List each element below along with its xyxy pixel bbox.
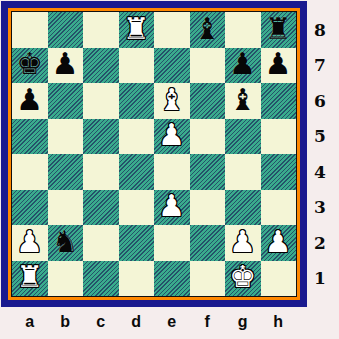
rank-label-6: 6 xyxy=(307,83,333,119)
file-label-g: g xyxy=(225,307,261,337)
rank-label-3: 3 xyxy=(307,190,333,226)
square-f4[interactable] xyxy=(190,154,226,190)
piece-white-pawn[interactable]: ♟ xyxy=(265,227,292,257)
piece-white-pawn[interactable]: ♟ xyxy=(16,227,43,257)
square-g6[interactable]: ♝ xyxy=(225,83,261,119)
square-c6[interactable] xyxy=(83,83,119,119)
square-d7[interactable] xyxy=(119,48,155,84)
rank-label-2: 2 xyxy=(307,225,333,261)
rank-label-8: 8 xyxy=(307,12,333,48)
square-g3[interactable] xyxy=(225,190,261,226)
file-label-h: h xyxy=(261,307,297,337)
square-b6[interactable] xyxy=(48,83,84,119)
square-h1[interactable] xyxy=(261,261,297,297)
piece-black-rook[interactable]: ♜ xyxy=(265,14,292,44)
square-f2[interactable] xyxy=(190,225,226,261)
piece-white-bishop[interactable]: ♝ xyxy=(158,85,185,115)
square-d3[interactable] xyxy=(119,190,155,226)
file-label-e: e xyxy=(154,307,190,337)
square-c2[interactable] xyxy=(83,225,119,261)
square-e1[interactable] xyxy=(154,261,190,297)
piece-white-pawn[interactable]: ♟ xyxy=(229,227,256,257)
square-g4[interactable] xyxy=(225,154,261,190)
square-g7[interactable]: ♟ xyxy=(225,48,261,84)
square-f5[interactable] xyxy=(190,119,226,155)
square-d6[interactable] xyxy=(119,83,155,119)
square-c7[interactable] xyxy=(83,48,119,84)
square-b3[interactable] xyxy=(48,190,84,226)
chess-board: ♜♝♜♚♟♟♟♟♝♝♟♟♟♞♟♟♜♚ xyxy=(12,12,296,296)
square-a4[interactable] xyxy=(12,154,48,190)
piece-white-rook[interactable]: ♜ xyxy=(123,14,150,44)
square-e4[interactable] xyxy=(154,154,190,190)
square-h7[interactable]: ♟ xyxy=(261,48,297,84)
piece-black-pawn[interactable]: ♟ xyxy=(229,49,256,79)
square-d2[interactable] xyxy=(119,225,155,261)
piece-black-king[interactable]: ♚ xyxy=(16,49,43,79)
piece-white-pawn[interactable]: ♟ xyxy=(158,120,185,150)
square-g8[interactable] xyxy=(225,12,261,48)
square-a8[interactable] xyxy=(12,12,48,48)
piece-black-knight[interactable]: ♞ xyxy=(52,227,79,257)
square-d5[interactable] xyxy=(119,119,155,155)
square-b7[interactable]: ♟ xyxy=(48,48,84,84)
square-a1[interactable]: ♜ xyxy=(12,261,48,297)
piece-black-pawn[interactable]: ♟ xyxy=(265,49,292,79)
square-b2[interactable]: ♞ xyxy=(48,225,84,261)
square-d8[interactable]: ♜ xyxy=(119,12,155,48)
piece-black-pawn[interactable]: ♟ xyxy=(16,85,43,115)
rank-labels: 87654321 xyxy=(307,12,333,296)
square-h5[interactable] xyxy=(261,119,297,155)
square-a5[interactable] xyxy=(12,119,48,155)
square-e2[interactable] xyxy=(154,225,190,261)
square-c3[interactable] xyxy=(83,190,119,226)
chess-diagram: ♜♝♜♚♟♟♟♟♝♝♟♟♟♞♟♟♜♚ abcdefgh 87654321 xyxy=(0,0,339,339)
square-h3[interactable] xyxy=(261,190,297,226)
square-e8[interactable] xyxy=(154,12,190,48)
square-e3[interactable]: ♟ xyxy=(154,190,190,226)
square-g1[interactable]: ♚ xyxy=(225,261,261,297)
file-label-b: b xyxy=(48,307,84,337)
rank-label-4: 4 xyxy=(307,154,333,190)
square-h8[interactable]: ♜ xyxy=(261,12,297,48)
file-label-f: f xyxy=(190,307,226,337)
piece-white-king[interactable]: ♚ xyxy=(229,262,256,292)
square-e6[interactable]: ♝ xyxy=(154,83,190,119)
piece-white-pawn[interactable]: ♟ xyxy=(158,191,185,221)
file-label-d: d xyxy=(119,307,155,337)
square-a7[interactable]: ♚ xyxy=(12,48,48,84)
rank-label-1: 1 xyxy=(307,261,333,297)
square-b4[interactable] xyxy=(48,154,84,190)
square-c5[interactable] xyxy=(83,119,119,155)
square-h6[interactable] xyxy=(261,83,297,119)
square-b8[interactable] xyxy=(48,12,84,48)
board-frame-line: ♜♝♜♚♟♟♟♟♝♝♟♟♟♞♟♟♜♚ xyxy=(11,11,297,297)
square-g2[interactable]: ♟ xyxy=(225,225,261,261)
piece-white-rook[interactable]: ♜ xyxy=(16,262,43,292)
square-f8[interactable]: ♝ xyxy=(190,12,226,48)
piece-black-bishop[interactable]: ♝ xyxy=(229,85,256,115)
square-g5[interactable] xyxy=(225,119,261,155)
square-f7[interactable] xyxy=(190,48,226,84)
square-d4[interactable] xyxy=(119,154,155,190)
file-labels: abcdefgh xyxy=(12,307,296,337)
rank-label-5: 5 xyxy=(307,119,333,155)
square-f3[interactable] xyxy=(190,190,226,226)
square-a3[interactable] xyxy=(12,190,48,226)
square-f1[interactable] xyxy=(190,261,226,297)
square-f6[interactable] xyxy=(190,83,226,119)
square-c4[interactable] xyxy=(83,154,119,190)
square-b1[interactable] xyxy=(48,261,84,297)
square-a2[interactable]: ♟ xyxy=(12,225,48,261)
board-frame-inner: ♜♝♜♚♟♟♟♟♝♝♟♟♟♞♟♟♜♚ xyxy=(8,8,300,300)
square-e5[interactable]: ♟ xyxy=(154,119,190,155)
file-label-c: c xyxy=(83,307,119,337)
piece-black-pawn[interactable]: ♟ xyxy=(52,49,79,79)
board-frame: ♜♝♜♚♟♟♟♟♝♝♟♟♟♞♟♟♜♚ xyxy=(1,1,307,307)
square-b5[interactable] xyxy=(48,119,84,155)
square-e7[interactable] xyxy=(154,48,190,84)
square-c1[interactable] xyxy=(83,261,119,297)
rank-label-7: 7 xyxy=(307,48,333,84)
file-label-a: a xyxy=(12,307,48,337)
piece-black-bishop[interactable]: ♝ xyxy=(194,14,221,44)
square-h4[interactable] xyxy=(261,154,297,190)
square-d1[interactable] xyxy=(119,261,155,297)
square-c8[interactable] xyxy=(83,12,119,48)
square-a6[interactable]: ♟ xyxy=(12,83,48,119)
square-h2[interactable]: ♟ xyxy=(261,225,297,261)
